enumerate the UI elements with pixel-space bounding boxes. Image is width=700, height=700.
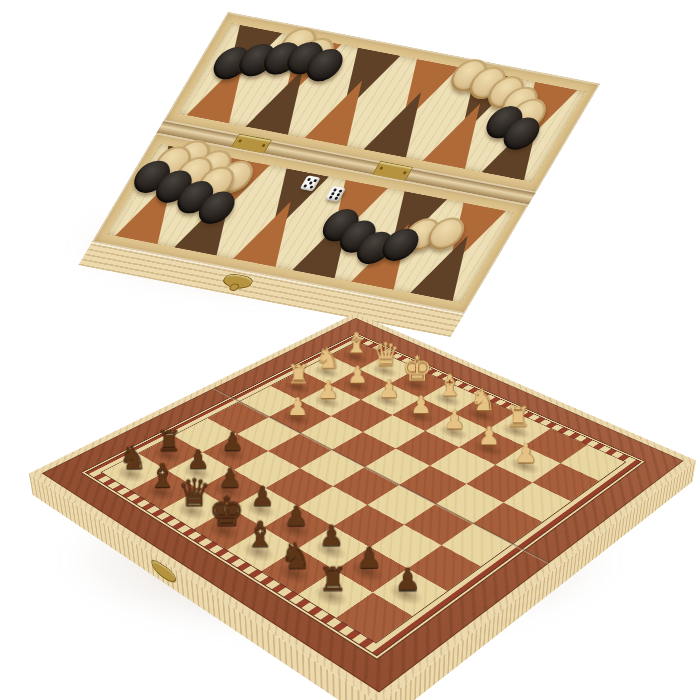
chess-piece-wP: ♟ [346, 363, 370, 387]
chess-board-margin: ♝♛♚♝♞♜♞♟♟♟♟♟♟♜♟♟♟♜♟♟♟♟♟♟♟♞♝♛♚♝♞♜ [42, 318, 684, 692]
chess-piece-wP: ♟ [317, 378, 341, 402]
chess-piece-wP: ♟ [477, 423, 502, 448]
chess-piece-bR: ♜ [154, 427, 183, 456]
chess-board: ♝♛♚♝♞♜♞♟♟♟♟♟♟♜♟♟♟♜♟♟♟♟♟♟♟♞♝♛♚♝♞♜ [29, 313, 696, 700]
chess-piece-bP: ♟ [220, 428, 246, 454]
chess-piece-wR: ♜ [285, 361, 311, 387]
product-photo: ♝♛♚♝♞♜♞♟♟♟♟♟♟♜♟♟♟♜♟♟♟♟♟♟♟♞♝♛♚♝♞♜ [0, 0, 700, 700]
chess-piece-wN: ♞ [314, 344, 342, 372]
chess-piece-bB: ♝ [243, 517, 278, 552]
chess-piece-bP: ♟ [282, 502, 310, 530]
chess-piece-bP: ♟ [354, 543, 383, 572]
backgammon-point [299, 75, 389, 147]
chess-piece-bP: ♟ [393, 565, 423, 595]
chess-piece-bN: ♞ [278, 538, 314, 574]
chess-piece-bN: ♞ [117, 442, 149, 474]
chess-piece-wP: ♟ [513, 440, 539, 466]
chess-piece-bR: ♜ [316, 563, 349, 596]
square [560, 445, 625, 481]
chess-piece-bB: ♝ [146, 459, 179, 492]
chess-piece-wB: ♝ [435, 371, 465, 401]
chess-piece-wP: ♟ [286, 394, 311, 419]
chess-piece-wB: ♝ [342, 329, 370, 357]
chess-piece-bP: ♟ [318, 522, 346, 550]
chess-piece-bP: ♟ [249, 483, 276, 510]
chess-piece-wR: ♜ [503, 403, 531, 431]
chess-piece-wQ: ♛ [370, 339, 402, 371]
chess-piece-wK: ♚ [400, 351, 434, 385]
backgammon-point [358, 87, 448, 159]
brass-clasp [220, 272, 255, 290]
chess-piece-bK: ♚ [206, 491, 247, 532]
chess-piece-wP: ♟ [442, 407, 467, 432]
square [430, 447, 495, 483]
chess-piece-bP: ♟ [185, 446, 211, 472]
chess-piece-wN: ♞ [468, 385, 498, 415]
backgammon-point [228, 196, 318, 268]
chess-piece-wP: ♟ [377, 377, 401, 401]
chess-box-top: ♝♛♚♝♞♜♞♟♟♟♟♟♟♜♟♟♟♜♟♟♟♟♟♟♟♞♝♛♚♝♞♜ [29, 313, 696, 700]
chess-piece-wP: ♟ [409, 392, 433, 416]
